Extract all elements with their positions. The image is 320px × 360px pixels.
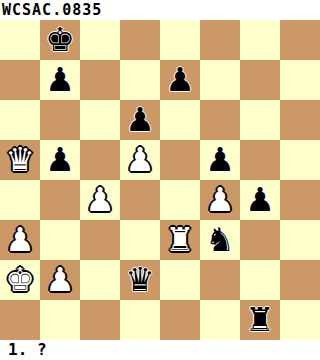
piece-black-pawn-g4[interactable]: ♟	[245, 180, 275, 220]
square-e1[interactable]	[160, 300, 200, 340]
square-h5[interactable]	[280, 140, 320, 180]
piece-white-king-a2[interactable]: ♚	[5, 260, 35, 300]
square-d8[interactable]	[120, 20, 160, 60]
square-e5[interactable]	[160, 140, 200, 180]
square-h4[interactable]	[280, 180, 320, 220]
square-a1[interactable]	[0, 300, 40, 340]
square-e7[interactable]: ♟	[160, 60, 200, 100]
square-g7[interactable]	[240, 60, 280, 100]
square-e2[interactable]	[160, 260, 200, 300]
square-a2[interactable]: ♚	[0, 260, 40, 300]
square-h8[interactable]	[280, 20, 320, 60]
square-d1[interactable]	[120, 300, 160, 340]
square-d6[interactable]: ♟	[120, 100, 160, 140]
piece-white-rook-e3[interactable]: ♜	[165, 220, 195, 260]
square-h2[interactable]	[280, 260, 320, 300]
piece-black-king-b8[interactable]: ♚	[45, 20, 75, 60]
square-f7[interactable]	[200, 60, 240, 100]
square-c6[interactable]	[80, 100, 120, 140]
square-e3[interactable]: ♜	[160, 220, 200, 260]
square-f6[interactable]	[200, 100, 240, 140]
square-c8[interactable]	[80, 20, 120, 60]
square-a8[interactable]	[0, 20, 40, 60]
piece-white-pawn-f4[interactable]: ♟	[205, 180, 235, 220]
square-b6[interactable]	[40, 100, 80, 140]
square-g3[interactable]	[240, 220, 280, 260]
puzzle-title: WCSAC.0835	[0, 0, 320, 20]
square-g2[interactable]	[240, 260, 280, 300]
square-a7[interactable]	[0, 60, 40, 100]
square-g4[interactable]: ♟	[240, 180, 280, 220]
square-d7[interactable]	[120, 60, 160, 100]
square-e8[interactable]	[160, 20, 200, 60]
square-h3[interactable]	[280, 220, 320, 260]
piece-black-pawn-e7[interactable]: ♟	[165, 60, 195, 100]
square-c4[interactable]: ♟	[80, 180, 120, 220]
square-g5[interactable]	[240, 140, 280, 180]
square-b3[interactable]	[40, 220, 80, 260]
square-c3[interactable]	[80, 220, 120, 260]
square-b1[interactable]	[40, 300, 80, 340]
square-a6[interactable]	[0, 100, 40, 140]
square-a5[interactable]: ♛	[0, 140, 40, 180]
square-g1[interactable]: ♜	[240, 300, 280, 340]
square-f3[interactable]: ♞	[200, 220, 240, 260]
piece-black-knight-f3[interactable]: ♞	[205, 220, 235, 260]
square-a4[interactable]	[0, 180, 40, 220]
square-f8[interactable]	[200, 20, 240, 60]
square-e6[interactable]	[160, 100, 200, 140]
piece-black-rook-g1[interactable]: ♜	[245, 300, 275, 340]
square-e4[interactable]	[160, 180, 200, 220]
square-g8[interactable]	[240, 20, 280, 60]
square-g6[interactable]	[240, 100, 280, 140]
piece-black-queen-d2[interactable]: ♛	[125, 260, 155, 300]
square-b2[interactable]: ♟	[40, 260, 80, 300]
square-f4[interactable]: ♟	[200, 180, 240, 220]
chess-puzzle-page: WCSAC.0835 ♚♟♟♟♛♟♟♟♟♟♟♟♜♞♚♟♛♜ 1. ?	[0, 0, 320, 360]
square-h6[interactable]	[280, 100, 320, 140]
square-c2[interactable]	[80, 260, 120, 300]
square-h1[interactable]	[280, 300, 320, 340]
piece-white-pawn-c4[interactable]: ♟	[85, 180, 115, 220]
piece-black-pawn-b5[interactable]: ♟	[45, 140, 75, 180]
square-f1[interactable]	[200, 300, 240, 340]
square-b7[interactable]: ♟	[40, 60, 80, 100]
square-f2[interactable]	[200, 260, 240, 300]
piece-white-queen-a5[interactable]: ♛	[5, 140, 35, 180]
square-b8[interactable]: ♚	[40, 20, 80, 60]
square-f5[interactable]: ♟	[200, 140, 240, 180]
square-b4[interactable]	[40, 180, 80, 220]
square-c7[interactable]	[80, 60, 120, 100]
piece-black-pawn-f5[interactable]: ♟	[205, 140, 235, 180]
chess-board: ♚♟♟♟♛♟♟♟♟♟♟♟♜♞♚♟♛♜	[0, 20, 320, 340]
square-d3[interactable]	[120, 220, 160, 260]
square-d2[interactable]: ♛	[120, 260, 160, 300]
move-prompt: 1. ?	[0, 340, 320, 360]
square-d4[interactable]	[120, 180, 160, 220]
square-c5[interactable]	[80, 140, 120, 180]
piece-white-pawn-d5[interactable]: ♟	[125, 140, 155, 180]
square-a3[interactable]: ♟	[0, 220, 40, 260]
square-d5[interactable]: ♟	[120, 140, 160, 180]
piece-black-pawn-b7[interactable]: ♟	[45, 60, 75, 100]
piece-white-pawn-a3[interactable]: ♟	[5, 220, 35, 260]
square-c1[interactable]	[80, 300, 120, 340]
piece-white-pawn-b2[interactable]: ♟	[45, 260, 75, 300]
square-b5[interactable]: ♟	[40, 140, 80, 180]
square-h7[interactable]	[280, 60, 320, 100]
piece-black-pawn-d6[interactable]: ♟	[125, 100, 155, 140]
